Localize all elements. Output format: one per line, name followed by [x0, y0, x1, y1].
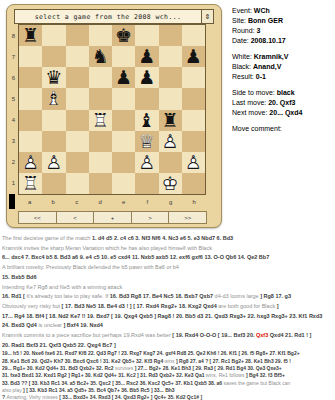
comment-text: are both good for Black [218, 303, 275, 309]
move-line[interactable]: 20. Rad1 Bxf3 21. Qxf3 Qxb5 22. Qxg4 Bc7… [2, 341, 335, 351]
white-king: ♔ [162, 174, 179, 193]
square-e6[interactable]: ♟ [112, 67, 135, 88]
black-queen: ♛ [45, 68, 62, 87]
move-text[interactable]: 16. Bd3 Rg8 17. Be4 Nc5 18. Bxb7 Qxb7 [110, 293, 215, 299]
info-value: Anand,V [253, 63, 281, 70]
square-b5[interactable]: ♗ [42, 88, 65, 109]
square-e4[interactable] [112, 110, 135, 131]
move-line[interactable]: 17... Rg4 18. Bf4 [ 18. Nd2 Ke7 !! 19. B… [2, 312, 335, 322]
square-e8[interactable]: ♚ [112, 25, 135, 46]
rank-label-1: 1 [9, 173, 18, 194]
square-b2[interactable]: ♙ [42, 152, 65, 173]
square-b3[interactable] [42, 131, 65, 152]
move-text[interactable]: 24. Bxd3 Qd4 [2, 322, 38, 328]
move-text[interactable]: ] Rg8 27. a4 ? [ 27. Rc1 Bg2+ 28. Ke1 Bh… [175, 358, 291, 364]
move-text[interactable]: 6... dxc4 7. Bxc4 b5 8. Bd3 a6 9. e4 c5 … [2, 254, 269, 260]
comment-text: wins, Re1 follows [206, 372, 245, 378]
square-g7[interactable] [159, 46, 182, 67]
square-g8[interactable] [159, 25, 182, 46]
comment-text: Amazing, Vishy misses [6, 394, 59, 400]
square-e5[interactable] [112, 88, 135, 109]
chess-board: ♜♚♞♟♟♛♟♟♗♖♝♜♕♙♙♙♙♙♖♔ [18, 24, 206, 195]
white-pawn: ♙ [138, 153, 155, 172]
info-row-movecomment: Move comment: [232, 124, 334, 134]
black-rook: ♜ [22, 26, 39, 45]
move-line[interactable]: 33. Bd3 ?? [ 33. Kb3 Rc1 34. a5 Bc2+ 35.… [2, 380, 335, 387]
rank-labels: 87654321 [9, 25, 18, 194]
comment-text: also play [2, 387, 22, 393]
square-a2[interactable]: ♙ [19, 152, 42, 173]
info-row-black: Black: Anand,V [232, 62, 334, 72]
rank-label-4: 4 [9, 110, 18, 131]
move-text[interactable]: 29... Rg1+ 30. Kd2 Qd4+ 31. Bd3 Qxb2+ 32… [2, 365, 115, 371]
square-g1[interactable]: ♔ [159, 173, 182, 194]
rank-label-3: 3 [9, 131, 18, 152]
square-e2[interactable] [112, 152, 135, 173]
square-f8[interactable] [135, 25, 158, 46]
info-label: Date: [232, 37, 251, 44]
square-c7[interactable] [66, 46, 89, 67]
info-row-sidetomove: Side to move: black [232, 88, 334, 98]
white-queen: ♕ [138, 132, 155, 151]
next-move-button[interactable]: > [131, 211, 170, 224]
square-d4[interactable]: ♖ [89, 110, 112, 131]
square-a4[interactable] [19, 110, 42, 131]
rank-label-2: 2 [9, 152, 18, 173]
move-text[interactable]: ] Bxf4 19. Nxd4 [62, 322, 103, 328]
game-select-popup[interactable]: select a game from the 2008 wch... ⇕ [14, 9, 214, 24]
comment-text: It's already too late to play safe. If [26, 293, 109, 299]
square-a8[interactable]: ♜ [19, 25, 42, 46]
move-line[interactable]: 16. Rd1 [ It's already too late to play … [2, 292, 335, 302]
square-c3[interactable] [66, 131, 89, 152]
info-value: WCh [254, 7, 270, 14]
file-labels: abcdefgh [18, 195, 206, 208]
black-pawn: ♟ [138, 47, 155, 66]
move-text[interactable]: ] [ 33. Kb3 Rc1 34. a5 Qd5+ 35. Bc4 Qb7+… [22, 387, 175, 393]
move-text[interactable]: ] Bg4 32. f3 Bf5+ [245, 372, 285, 378]
square-c6[interactable] [66, 67, 89, 88]
move-navigation-bar: <<<+>>> [18, 211, 206, 224]
square-b8[interactable] [42, 25, 65, 46]
previous-move-button[interactable]: < [56, 211, 95, 224]
square-a5[interactable] [19, 88, 42, 109]
square-d6[interactable] [89, 67, 112, 88]
square-a7[interactable] [19, 46, 42, 67]
move-line[interactable]: 19... h5 ! 20. Nxe6 fxe6 21. Rxd7 Kf8 22… [2, 350, 335, 357]
info-value: 20... Qxd4 [269, 109, 302, 116]
move-line[interactable]: 29... Rg1+ 30. Kd2 Qd4+ 31. Bd3 Qxb2+ 32… [2, 365, 335, 372]
square-c1[interactable] [66, 173, 89, 194]
comment-text: Kramnik commits to a piece sacrifice but… [2, 332, 172, 338]
square-a3[interactable] [19, 131, 42, 152]
move-text[interactable]: 17... Rg4 18. Bf4 [ 18. Nd2 Ke7 !! 19. B… [2, 313, 322, 319]
move-text[interactable]: ] Rg8 17. g3 [259, 293, 291, 299]
move-text[interactable]: 1. d4 d5 2. c4 c6 3. Nf3 Nf6 4. Nc3 e6 5… [92, 235, 233, 241]
comment-text: The first decisive game of the match [2, 235, 92, 241]
info-row-date: Date: 2008.10.17 [232, 36, 334, 46]
comment-text: is unclear [38, 322, 62, 328]
move-text[interactable]: 19... h5 ! 20. Nxe6 fxe6 21. Rxd7 Kf8 22… [2, 350, 300, 356]
info-label: White: [232, 53, 254, 60]
comment-text: A brilliant novelty. Previously Black de… [2, 264, 179, 270]
square-b6[interactable]: ♛ [42, 67, 65, 88]
file-label-h: h [183, 195, 207, 208]
info-row-white: White: Kramnik,V [232, 52, 334, 62]
rank-label-5: 5 [9, 88, 18, 109]
white-rook: ♖ [22, 174, 39, 193]
info-row-event: Event: WCh [232, 6, 334, 16]
move-line[interactable]: The first decisive game of the match 1. … [2, 234, 335, 244]
square-c4[interactable] [66, 110, 89, 131]
comment-text: Intending Ke7 Rg8 and Ne5 with a winning… [2, 284, 122, 290]
move-line[interactable]: A brilliant novelty. Previously Black de… [2, 263, 335, 273]
square-f1[interactable] [135, 173, 158, 194]
square-d1[interactable] [89, 173, 112, 194]
square-h7[interactable]: ♟ [182, 46, 205, 67]
game-select-label: select a game from the 2008 wch... [15, 13, 201, 21]
square-g2[interactable] [159, 152, 182, 173]
move-text[interactable]: 20. Rad1 Bxf3 21. Qxf3 Qxb5 22. Qxg4 Bc7… [2, 342, 116, 348]
game-info-panel: Event: WChSite: Bonn GERRound: 3Date: 20… [232, 6, 334, 134]
square-h1[interactable] [182, 173, 205, 194]
white-pawn: ♙ [45, 153, 62, 172]
move-text[interactable]: ] [275, 303, 278, 309]
current-move-highlight[interactable]: Qxf3 [256, 332, 268, 338]
white-pawn: ♙ [162, 132, 179, 151]
insert-button[interactable]: + [93, 211, 132, 224]
info-label: Round: [232, 27, 257, 34]
info-value: 3 [257, 27, 261, 34]
square-h5[interactable] [182, 88, 205, 109]
popup-arrows-icon[interactable]: ⇕ [201, 10, 213, 23]
black-king: ♚ [115, 26, 132, 45]
square-a1[interactable]: ♖ [19, 173, 42, 194]
move-text[interactable]: [ 17. Bd3 Ne5 18. Be4 d3 ! ] [ 17. Rxd4 … [62, 303, 219, 309]
black-rook: ♜ [162, 111, 179, 130]
move-text[interactable]: 33. Bd3 ?? [ 33. Kb3 Rc1 34. a5 Bc2+ 35.… [2, 380, 224, 386]
square-c8[interactable] [66, 25, 89, 46]
square-h3[interactable] [182, 131, 205, 152]
black-bishop: ♝ [138, 111, 155, 130]
info-value: Bonn GER [248, 17, 283, 24]
move-text[interactable]: 16. Rd1 [ [2, 293, 26, 299]
move-line[interactable]: ? Amazing, Vishy misses [ 33... Bxd3+ 34… [2, 394, 335, 400]
square-h6[interactable] [182, 67, 205, 88]
rank-label-6: 6 [9, 67, 18, 88]
rank-label-7: 7 [9, 46, 18, 67]
square-d5[interactable] [89, 88, 112, 109]
square-f3[interactable]: ♕ [135, 131, 158, 152]
info-label: Event: [232, 7, 254, 14]
move-line[interactable]: 15. Bxb5 Bd6 [2, 273, 335, 283]
square-b1[interactable] [42, 173, 65, 194]
move-line[interactable]: 24. Bxd3 Qd4 is unclear ] Bxf4 19. Nxd4 [2, 321, 335, 331]
move-line[interactable]: 6... dxc4 7. Bxc4 b5 8. Bd3 a6 9. e4 c5 … [2, 253, 335, 263]
square-d3[interactable] [89, 131, 112, 152]
info-label: Next move: [232, 109, 269, 116]
square-g5[interactable] [159, 88, 182, 109]
move-line[interactable]: also play ] [ 33. Kb3 Rc1 34. a5 Qd5+ 35… [2, 387, 335, 394]
file-label-d: d [89, 195, 113, 208]
info-label: Last move: [232, 99, 268, 106]
square-b4[interactable] [42, 110, 65, 131]
info-label: Side to move: [232, 89, 277, 96]
square-d8[interactable] [89, 25, 112, 46]
white-bishop: ♗ [45, 89, 62, 108]
move-text[interactable]: 15. Bxb5 Bd6 [2, 274, 37, 280]
game-browser-window: select a game from the 2008 wch... ⇕ 876… [6, 4, 222, 228]
black-knight: ♞ [92, 47, 109, 66]
info-row-site: Site: Bonn GER [232, 16, 334, 26]
square-h2[interactable]: ♙ [182, 152, 205, 173]
info-value: Kramnik,V [254, 53, 289, 60]
info-label: Move comment: [232, 125, 282, 132]
move-line[interactable]: Intending Ke7 Rg8 and Ne5 with a winning… [2, 283, 335, 293]
file-label-a: a [18, 195, 42, 208]
square-d7[interactable]: ♞ [89, 46, 112, 67]
square-e1[interactable] [112, 173, 135, 194]
info-row-nextmove: Next move: 20... Qxd4 [232, 108, 334, 118]
square-f2[interactable]: ♙ [135, 152, 158, 173]
file-label-b: b [42, 195, 66, 208]
white-pawn: ♙ [22, 153, 39, 172]
square-f5[interactable] [135, 88, 158, 109]
move-line[interactable]: Obviously very risky but [ 17. Bd3 Ne5 1… [2, 302, 335, 312]
black-pawn: ♟ [115, 68, 132, 87]
square-h4[interactable] [182, 110, 205, 131]
square-h8[interactable] [182, 25, 205, 46]
info-value: 2008.10.17 [251, 37, 286, 44]
file-label-f: f [136, 195, 160, 208]
black-pawn: ♟ [185, 47, 202, 66]
square-f6[interactable]: ♟ [135, 67, 158, 88]
comment-text: Kramnik invites the sharp Meran Variatio… [2, 245, 212, 251]
file-label-c: c [65, 195, 89, 208]
square-e3[interactable] [112, 131, 135, 152]
move-text[interactable]: 28. Ke1 Bc6 29. Qd2+ Kh7 30. Bxc6 Qxc6 !… [2, 358, 165, 364]
file-label-e: e [112, 195, 136, 208]
info-label: Result: [232, 73, 256, 80]
info-row-round: Round: 3 [232, 26, 334, 36]
move-text[interactable]: [ 19. Rxd4 O-O-O [ 19... Bxf3 20. [172, 332, 256, 338]
comment-text: saves the game but Black can [224, 380, 291, 386]
comment-text: wins [165, 358, 175, 364]
square-e7[interactable] [112, 46, 135, 67]
move-line[interactable]: Kramnik invites the sharp Meran Variatio… [2, 244, 335, 254]
move-text[interactable]: ] 27... Bg2+ 28. Ke1 Bh3 [ 29. Ra3 [ 29.… [133, 365, 281, 371]
info-value: 0-1 [256, 73, 266, 80]
square-f4[interactable]: ♝ [135, 110, 158, 131]
square-c2[interactable] [66, 152, 89, 173]
info-row-lastmove: Last move: 20. Qxf3 [232, 98, 334, 108]
first-move-button[interactable]: << [18, 211, 57, 224]
info-value: black [277, 89, 295, 96]
info-label: Site: [232, 17, 248, 24]
rank-label-8: 8 [9, 25, 18, 46]
move-text[interactable]: [ 33... Bxd3+ 34. Rxd3 [ 34. Qxd3 Rg2+ ]… [59, 394, 202, 400]
comment-text: Obviously very risky but [2, 303, 62, 309]
square-d2[interactable] [89, 152, 112, 173]
black-pawn: ♟ [138, 68, 155, 87]
info-value: 20. Qxf3 [268, 99, 295, 106]
side-to-move-indicator [9, 194, 15, 209]
square-g4[interactable]: ♜ [159, 110, 182, 131]
square-f7[interactable]: ♟ [135, 46, 158, 67]
info-label: Black: [232, 63, 253, 70]
square-g6[interactable] [159, 67, 182, 88]
move-line[interactable]: 31. fxe3 Bxd1 32. Kxd1 Rg2 ] Rg1+ 30. Kd… [2, 372, 335, 379]
file-label-g: g [159, 195, 183, 208]
white-rook: ♖ [92, 111, 109, 130]
square-c5[interactable] [66, 88, 89, 109]
move-text[interactable]: 31. fxe3 Bxd1 32. Kxd1 Rg2 ] Rg1+ 30. Kd… [2, 372, 206, 378]
square-b7[interactable] [42, 46, 65, 67]
comment-text: survives [115, 365, 133, 371]
info-row-result: Result: 0-1 [232, 72, 334, 82]
comment-text: d4-d3 looms large [215, 293, 259, 299]
last-move-button[interactable]: >> [168, 211, 207, 224]
move-text[interactable]: Qxd4 21. Rd1 ! ] [268, 332, 311, 338]
square-g3[interactable]: ♙ [159, 131, 182, 152]
annotated-move-list: The first decisive game of the match 1. … [2, 234, 335, 400]
move-line[interactable]: Kramnik commits to a piece sacrifice but… [2, 331, 335, 341]
white-pawn: ♙ [185, 153, 202, 172]
move-line[interactable]: 28. Ke1 Bc6 29. Qd2+ Kh7 30. Bxc6 Qxc6 !… [2, 358, 335, 365]
square-a6[interactable] [19, 67, 42, 88]
